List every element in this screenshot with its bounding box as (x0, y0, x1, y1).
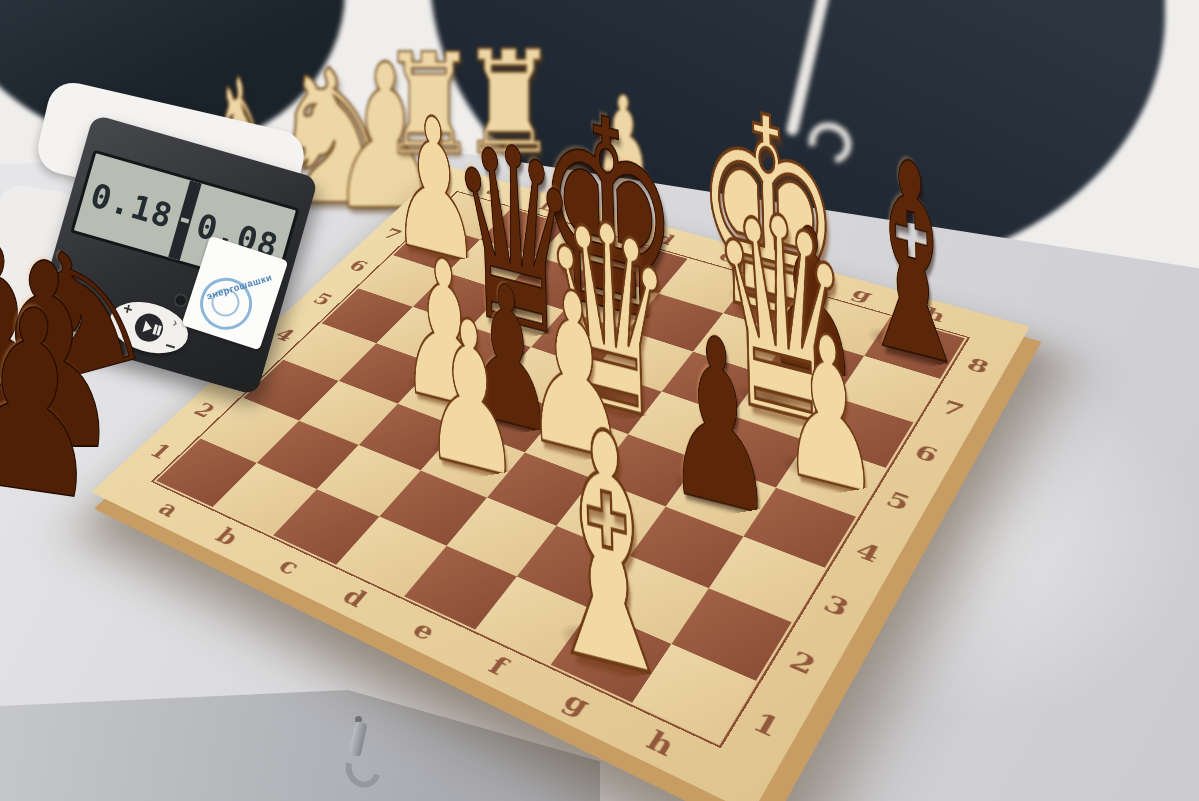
captured-black-pawn: ♟ (0, 267, 118, 539)
coord-file-bottom-e: e (407, 615, 441, 645)
coord-file-bottom-b: b (211, 523, 245, 549)
coord-rank-right-2: 2 (785, 647, 821, 680)
coord-rank-right-4: 4 (852, 538, 885, 567)
rocker-minus-label: − (162, 335, 178, 358)
pause-icon (156, 325, 161, 335)
coord-rank-right-7: 7 (938, 397, 968, 421)
coord-rank-left-1: 1 (145, 440, 176, 463)
square-h5[interactable]: ♟ (776, 441, 886, 516)
coord-rank-right-8: 8 (963, 355, 992, 378)
coord-rank-left-6: 6 (345, 257, 372, 275)
coord-file-bottom-h: h (642, 725, 681, 762)
coord-file-bottom-g: g (558, 686, 595, 720)
coord-rank-right-6: 6 (911, 441, 942, 466)
coord-rank-right-3: 3 (819, 590, 854, 621)
coord-file-bottom-a: a (153, 496, 185, 521)
coord-rank-left-5: 5 (309, 290, 337, 309)
coord-rank-left-2: 2 (189, 400, 220, 422)
coord-file-bottom-d: d (337, 583, 372, 612)
square-h8[interactable]: ♝ (864, 317, 965, 379)
coord-rank-right-1: 1 (748, 707, 785, 743)
coord-file-bottom-c: c (273, 553, 305, 580)
coord-rank-right-5: 5 (882, 488, 914, 515)
white-pawn-glyph: ♟ (776, 298, 881, 528)
rocker-right-arrow: › (171, 314, 179, 330)
coord-file-bottom-f: f (484, 651, 513, 680)
